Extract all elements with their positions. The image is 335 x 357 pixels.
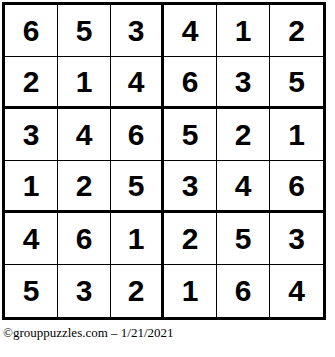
cell-r4c2: 2 — [58, 161, 111, 213]
cell-r3c1: 3 — [5, 109, 58, 161]
cell-r4c3: 5 — [111, 161, 164, 213]
copyright-credit: ©grouppuzzles.com – 1/21/2021 — [2, 325, 335, 341]
cell-r5c1: 4 — [5, 213, 58, 265]
cell-r4c1: 1 — [5, 161, 58, 213]
cell-r3c5: 2 — [217, 109, 270, 161]
sudoku-board: 653412214635346521125346461253532164 — [2, 2, 326, 320]
cell-r6c3: 2 — [111, 265, 164, 317]
cell-r6c5: 6 — [217, 265, 270, 317]
cell-r1c1: 6 — [5, 5, 58, 57]
cell-r2c3: 4 — [111, 57, 164, 109]
cell-r3c3: 6 — [111, 109, 164, 161]
cell-r2c4: 6 — [164, 57, 217, 109]
cell-r2c2: 1 — [58, 57, 111, 109]
cell-r1c2: 5 — [58, 5, 111, 57]
cell-r5c4: 2 — [164, 213, 217, 265]
cell-r5c5: 5 — [217, 213, 270, 265]
cell-r3c6: 1 — [270, 109, 323, 161]
cell-r1c4: 4 — [164, 5, 217, 57]
cell-r1c3: 3 — [111, 5, 164, 57]
cell-r2c6: 5 — [270, 57, 323, 109]
cell-r6c2: 3 — [58, 265, 111, 317]
cell-r4c6: 6 — [270, 161, 323, 213]
cell-r5c2: 6 — [58, 213, 111, 265]
cell-r3c4: 5 — [164, 109, 217, 161]
cell-r5c3: 1 — [111, 213, 164, 265]
cell-r3c2: 4 — [58, 109, 111, 161]
cell-r1c6: 2 — [270, 5, 323, 57]
cell-r2c5: 3 — [217, 57, 270, 109]
cell-r1c5: 1 — [217, 5, 270, 57]
cell-r6c1: 5 — [5, 265, 58, 317]
cell-r4c5: 4 — [217, 161, 270, 213]
cell-r2c1: 2 — [5, 57, 58, 109]
cell-r5c6: 3 — [270, 213, 323, 265]
cell-r4c4: 3 — [164, 161, 217, 213]
cell-r6c6: 4 — [270, 265, 323, 317]
cell-r6c4: 1 — [164, 265, 217, 317]
puzzle-page: 653412214635346521125346461253532164 ©gr… — [0, 0, 335, 357]
